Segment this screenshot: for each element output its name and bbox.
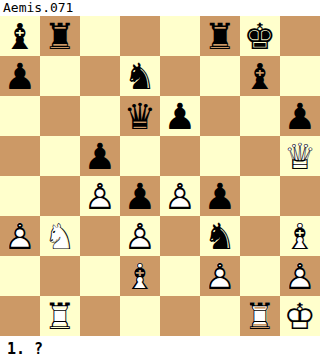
square-d4[interactable]: ♟ <box>120 176 160 216</box>
black-knight[interactable]: ♞ <box>200 216 240 256</box>
square-g3[interactable] <box>240 216 280 256</box>
black-pawn-glyph: ♟ <box>0 56 40 96</box>
square-b6[interactable] <box>40 96 80 136</box>
white-bishop-outline: ♗ <box>280 216 320 256</box>
black-king-glyph: ♚ <box>240 16 280 56</box>
white-bishop[interactable]: ♝♗ <box>280 216 320 256</box>
square-d8[interactable] <box>120 16 160 56</box>
black-pawn[interactable]: ♟ <box>160 96 200 136</box>
square-d3[interactable]: ♟♙ <box>120 216 160 256</box>
square-g4[interactable] <box>240 176 280 216</box>
square-g5[interactable] <box>240 136 280 176</box>
white-knight-outline: ♘ <box>40 216 80 256</box>
white-bishop-outline: ♗ <box>120 256 160 296</box>
black-pawn-glyph: ♟ <box>200 176 240 216</box>
square-h8[interactable] <box>280 16 320 56</box>
square-c1[interactable] <box>80 296 120 336</box>
white-pawn[interactable]: ♟♙ <box>0 216 40 256</box>
white-pawn-outline: ♙ <box>160 176 200 216</box>
square-c7[interactable] <box>80 56 120 96</box>
black-pawn-glyph: ♟ <box>80 136 120 176</box>
square-a8[interactable]: ♝ <box>0 16 40 56</box>
square-h2[interactable]: ♟♙ <box>280 256 320 296</box>
square-f3[interactable]: ♞ <box>200 216 240 256</box>
white-rook-outline: ♖ <box>40 296 80 336</box>
square-e7[interactable] <box>160 56 200 96</box>
square-b1[interactable]: ♜♖ <box>40 296 80 336</box>
square-b8[interactable]: ♜ <box>40 16 80 56</box>
square-b7[interactable] <box>40 56 80 96</box>
black-pawn[interactable]: ♟ <box>80 136 120 176</box>
square-f2[interactable]: ♟♙ <box>200 256 240 296</box>
square-e2[interactable] <box>160 256 200 296</box>
white-rook[interactable]: ♜♖ <box>40 296 80 336</box>
square-a6[interactable] <box>0 96 40 136</box>
black-rook[interactable]: ♜ <box>40 16 80 56</box>
square-d6[interactable]: ♛ <box>120 96 160 136</box>
black-pawn-glyph: ♟ <box>280 96 320 136</box>
white-pawn-outline: ♙ <box>80 176 120 216</box>
square-f6[interactable] <box>200 96 240 136</box>
square-d7[interactable]: ♞ <box>120 56 160 96</box>
square-c5[interactable]: ♟ <box>80 136 120 176</box>
black-bishop[interactable]: ♝ <box>240 56 280 96</box>
square-b5[interactable] <box>40 136 80 176</box>
square-a7[interactable]: ♟ <box>0 56 40 96</box>
white-rook[interactable]: ♜♖ <box>240 296 280 336</box>
square-h7[interactable] <box>280 56 320 96</box>
white-pawn[interactable]: ♟♙ <box>80 176 120 216</box>
square-e5[interactable] <box>160 136 200 176</box>
black-pawn[interactable]: ♟ <box>0 56 40 96</box>
square-c6[interactable] <box>80 96 120 136</box>
black-pawn-glyph: ♟ <box>160 96 200 136</box>
black-pawn[interactable]: ♟ <box>280 96 320 136</box>
black-rook[interactable]: ♜ <box>200 16 240 56</box>
white-king[interactable]: ♚♔ <box>280 296 320 336</box>
square-b4[interactable] <box>40 176 80 216</box>
square-c8[interactable] <box>80 16 120 56</box>
white-pawn[interactable]: ♟♙ <box>200 256 240 296</box>
square-f7[interactable] <box>200 56 240 96</box>
square-d5[interactable] <box>120 136 160 176</box>
black-rook-glyph: ♜ <box>40 16 80 56</box>
chess-board: ♝♜♜♚♟♞♝♛♟♟♟♛♕♟♙♟♟♙♟♟♙♞♘♟♙♞♝♗♝♗♟♙♟♙♜♖♜♖♚♔ <box>0 16 320 336</box>
black-bishop[interactable]: ♝ <box>0 16 40 56</box>
black-pawn[interactable]: ♟ <box>200 176 240 216</box>
white-pawn-outline: ♙ <box>280 256 320 296</box>
square-e8[interactable] <box>160 16 200 56</box>
square-c2[interactable] <box>80 256 120 296</box>
square-f1[interactable] <box>200 296 240 336</box>
square-e1[interactable] <box>160 296 200 336</box>
white-pawn-outline: ♙ <box>0 216 40 256</box>
white-pawn-outline: ♙ <box>200 256 240 296</box>
square-a5[interactable] <box>0 136 40 176</box>
square-e3[interactable] <box>160 216 200 256</box>
square-e4[interactable]: ♟♙ <box>160 176 200 216</box>
black-pawn[interactable]: ♟ <box>120 176 160 216</box>
square-f4[interactable]: ♟ <box>200 176 240 216</box>
square-f5[interactable] <box>200 136 240 176</box>
black-queen-glyph: ♛ <box>120 96 160 136</box>
black-pawn-glyph: ♟ <box>120 176 160 216</box>
white-queen-outline: ♕ <box>280 136 320 176</box>
square-c3[interactable] <box>80 216 120 256</box>
square-h4[interactable] <box>280 176 320 216</box>
white-knight[interactable]: ♞♘ <box>40 216 80 256</box>
square-e6[interactable]: ♟ <box>160 96 200 136</box>
white-king-outline: ♔ <box>280 296 320 336</box>
black-knight[interactable]: ♞ <box>120 56 160 96</box>
black-knight-glyph: ♞ <box>120 56 160 96</box>
black-knight-glyph: ♞ <box>200 216 240 256</box>
white-pawn[interactable]: ♟♙ <box>160 176 200 216</box>
black-rook-glyph: ♜ <box>200 16 240 56</box>
white-bishop[interactable]: ♝♗ <box>120 256 160 296</box>
black-queen[interactable]: ♛ <box>120 96 160 136</box>
white-pawn-outline: ♙ <box>120 216 160 256</box>
square-a3[interactable]: ♟♙ <box>0 216 40 256</box>
move-prompt: 1. ? <box>0 336 320 360</box>
black-bishop-glyph: ♝ <box>240 56 280 96</box>
black-king[interactable]: ♚ <box>240 16 280 56</box>
square-a4[interactable] <box>0 176 40 216</box>
puzzle-title: Aemis.071 <box>0 0 320 16</box>
square-h6[interactable]: ♟ <box>280 96 320 136</box>
square-c4[interactable]: ♟♙ <box>80 176 120 216</box>
square-h5[interactable]: ♛♕ <box>280 136 320 176</box>
white-pawn[interactable]: ♟♙ <box>120 216 160 256</box>
square-d2[interactable]: ♝♗ <box>120 256 160 296</box>
square-a2[interactable] <box>0 256 40 296</box>
square-b2[interactable] <box>40 256 80 296</box>
square-g1[interactable]: ♜♖ <box>240 296 280 336</box>
white-queen[interactable]: ♛♕ <box>280 136 320 176</box>
square-d1[interactable] <box>120 296 160 336</box>
square-h1[interactable]: ♚♔ <box>280 296 320 336</box>
square-g6[interactable] <box>240 96 280 136</box>
square-g7[interactable]: ♝ <box>240 56 280 96</box>
square-h3[interactable]: ♝♗ <box>280 216 320 256</box>
black-bishop-glyph: ♝ <box>0 16 40 56</box>
square-f8[interactable]: ♜ <box>200 16 240 56</box>
square-b3[interactable]: ♞♘ <box>40 216 80 256</box>
square-g8[interactable]: ♚ <box>240 16 280 56</box>
white-rook-outline: ♖ <box>240 296 280 336</box>
white-pawn[interactable]: ♟♙ <box>280 256 320 296</box>
square-a1[interactable] <box>0 296 40 336</box>
square-g2[interactable] <box>240 256 280 296</box>
